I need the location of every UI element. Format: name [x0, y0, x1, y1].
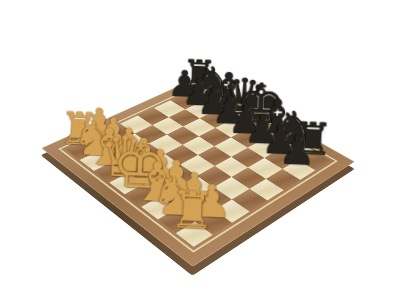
- chess-board: ♜♞♝♛♚♝♞♜♟♟♟♟♟♟♟♟♟♟♟♟♟♟♟♟♜♞♝♛♚♝♞♜: [41, 75, 355, 267]
- piece-white-rook-h1: ♜: [149, 183, 237, 237]
- photo-scene: ♜♞♝♛♚♝♞♜♟♟♟♟♟♟♟♟♟♟♟♟♟♟♟♟♜♞♝♛♚♝♞♜: [0, 0, 400, 300]
- piece-black-pawn-h7: ♟: [262, 128, 333, 172]
